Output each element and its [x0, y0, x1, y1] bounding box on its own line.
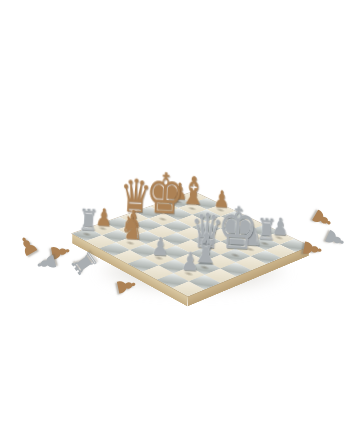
board-perspective-wrapper: ♟♟♟♝♜♞♚♚♛♛♟♝♟♞♟♟♜	[0, 0, 350, 438]
board-grid: ♟♟♟♝♜♞♚♚♛♛♟♝♟♞♟♟♜	[72, 192, 309, 297]
piece-silver-pawn[interactable]: ♟	[151, 234, 169, 258]
piece-silver-pawn[interactable]: ♟	[180, 250, 199, 275]
chess-set-photo: ♟♟♟♝♜♞♚♚♛♛♟♝♟♞♟♟♜ ♟♟♟♜♟♟♟♟	[0, 0, 350, 438]
piece-wood-knight[interactable]: ♞	[119, 211, 144, 244]
piece-silver-rook[interactable]: ♜	[77, 206, 99, 235]
captured-wood-pawn[interactable]: ♟	[299, 238, 326, 260]
chess-board: ♟♟♟♝♜♞♚♚♛♛♟♝♟♞♟♟♜	[72, 192, 309, 297]
